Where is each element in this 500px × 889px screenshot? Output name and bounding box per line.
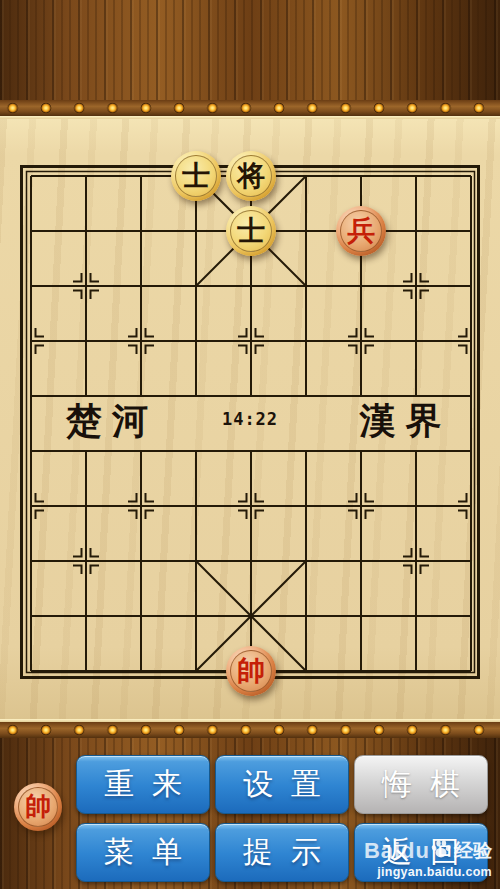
piece-red-soldier[interactable]: 兵	[336, 206, 386, 256]
bottom-rivet-band	[0, 722, 500, 738]
piece-char: 兵	[347, 217, 375, 245]
piece-char: 士	[237, 217, 265, 245]
top-wood-frame	[0, 0, 500, 100]
piece-char: 士	[182, 162, 210, 190]
restart-label: 重来	[104, 764, 200, 805]
xiangqi-app: 楚河 14:22 漢界 士将士兵帥 帥 重来 设置 悔棋 菜单 提示 返回 Ba…	[0, 0, 500, 889]
restart-button[interactable]: 重来	[76, 755, 210, 814]
settings-button[interactable]: 设置	[215, 755, 349, 814]
settings-label: 设置	[243, 764, 339, 805]
menu-button[interactable]: 菜单	[76, 823, 210, 882]
top-rivet-band	[0, 100, 500, 116]
back-button[interactable]: 返回	[354, 823, 488, 882]
river-label-left: 楚河	[52, 399, 162, 443]
menu-label: 菜单	[104, 832, 200, 873]
hint-label: 提示	[243, 832, 339, 873]
turn-indicator-piece: 帥	[14, 783, 62, 831]
game-timer: 14:22	[200, 409, 300, 429]
piece-black-general[interactable]: 将	[226, 151, 276, 201]
piece-black-advisor[interactable]: 士	[226, 206, 276, 256]
back-label: 返回	[382, 832, 478, 873]
piece-black-advisor[interactable]: 士	[171, 151, 221, 201]
piece-char: 帥	[237, 657, 265, 685]
hint-button[interactable]: 提示	[215, 823, 349, 882]
undo-label: 悔棋	[382, 764, 478, 805]
piece-red-general[interactable]: 帥	[226, 646, 276, 696]
turn-indicator-char: 帥	[25, 794, 51, 820]
river-label-right: 漢界	[343, 399, 458, 443]
undo-button[interactable]: 悔棋	[354, 755, 488, 814]
piece-char: 将	[237, 162, 265, 190]
